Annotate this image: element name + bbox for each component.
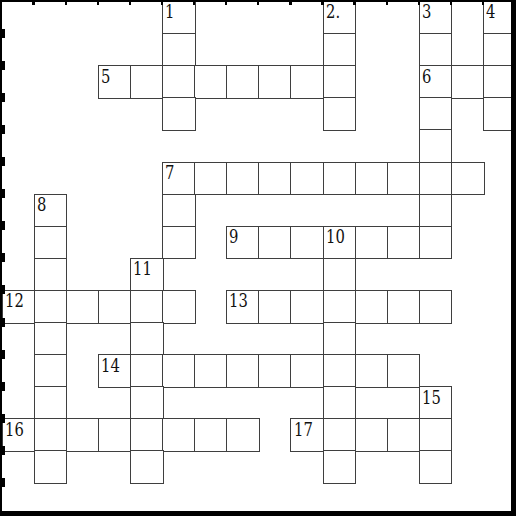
grid-cell[interactable] — [34, 322, 68, 356]
clue-number: 4 — [486, 3, 495, 21]
grid-cell[interactable] — [258, 290, 292, 324]
grid-cell[interactable] — [34, 258, 68, 292]
grid-cell[interactable] — [34, 418, 68, 452]
clue-number: 17 — [294, 421, 313, 439]
grid-cell[interactable] — [323, 33, 357, 67]
crossword-board: 12.34567891011121314151617 — [0, 0, 516, 516]
clue-number: 9 — [229, 228, 238, 246]
clue-number: 7 — [165, 164, 174, 182]
grid-cell[interactable] — [130, 418, 164, 452]
grid-cell[interactable] — [34, 450, 68, 484]
grid-cell[interactable] — [419, 33, 453, 67]
clue-number: 8 — [37, 196, 46, 214]
grid-cell[interactable] — [323, 65, 357, 99]
grid-cell[interactable] — [162, 354, 196, 388]
grid-cell[interactable] — [451, 65, 485, 99]
grid-cell[interactable] — [419, 162, 453, 196]
grid-cell[interactable] — [355, 226, 389, 260]
grid-cell[interactable] — [226, 354, 260, 388]
grid-cell[interactable] — [419, 418, 453, 452]
grid-cell[interactable] — [34, 386, 68, 420]
grid-cell[interactable] — [194, 418, 228, 452]
grid-cell[interactable] — [226, 162, 260, 196]
grid-cell[interactable] — [387, 418, 421, 452]
frame-left — [0, 0, 2, 516]
clue-number: 2. — [326, 3, 340, 21]
grid-cell[interactable] — [130, 386, 164, 420]
grid-cell[interactable] — [226, 418, 260, 452]
grid-cell[interactable] — [419, 226, 453, 260]
grid-cell[interactable] — [419, 194, 453, 228]
grid-cell[interactable] — [323, 97, 357, 131]
grid-cell[interactable] — [419, 129, 453, 163]
grid-cell[interactable] — [387, 162, 421, 196]
grid-cell[interactable] — [290, 226, 324, 260]
grid-cell[interactable] — [323, 450, 357, 484]
grid-cell[interactable] — [387, 226, 421, 260]
grid-cell[interactable] — [258, 354, 292, 388]
grid-cell[interactable] — [34, 354, 68, 388]
grid-cell[interactable] — [162, 290, 196, 324]
grid-cell[interactable] — [258, 65, 292, 99]
grid-cell[interactable] — [162, 65, 196, 99]
grid-cell[interactable] — [323, 162, 357, 196]
grid-cell[interactable] — [387, 354, 421, 388]
grid-cell[interactable] — [419, 290, 453, 324]
grid-cell[interactable] — [323, 290, 357, 324]
clue-number: 12 — [5, 292, 24, 310]
grid-cell[interactable] — [323, 258, 357, 292]
grid-cell[interactable] — [66, 418, 100, 452]
frame-right — [511, 0, 516, 516]
grid-cell[interactable] — [162, 97, 196, 131]
clue-number: 11 — [133, 260, 152, 278]
grid-cell[interactable] — [258, 226, 292, 260]
grid-cell[interactable] — [194, 162, 228, 196]
grid-cell[interactable] — [162, 226, 196, 260]
grid-cell[interactable] — [323, 418, 357, 452]
grid-cell[interactable] — [355, 354, 389, 388]
grid-cell[interactable] — [130, 354, 164, 388]
grid-cell[interactable] — [355, 418, 389, 452]
grid-cell[interactable] — [323, 322, 357, 356]
grid-cell[interactable] — [226, 65, 260, 99]
grid-cell[interactable] — [130, 65, 164, 99]
grid-cell[interactable] — [323, 354, 357, 388]
grid-cell[interactable] — [290, 290, 324, 324]
grid-cell[interactable] — [130, 322, 164, 356]
clue-number: 16 — [5, 421, 24, 439]
grid-cell[interactable] — [451, 162, 485, 196]
clue-number: 3 — [422, 3, 431, 21]
grid-cell[interactable] — [98, 418, 132, 452]
clue-number: 1 — [165, 3, 174, 21]
grid-cell[interactable] — [34, 290, 68, 324]
grid-cell[interactable] — [66, 290, 100, 324]
clue-number: 5 — [101, 68, 110, 86]
grid-cell[interactable] — [162, 33, 196, 67]
grid-cell[interactable] — [419, 450, 453, 484]
grid-cell[interactable] — [355, 162, 389, 196]
grid-cell[interactable] — [419, 97, 453, 131]
grid-cell[interactable] — [290, 65, 324, 99]
frame-bottom — [0, 511, 516, 516]
clue-number: 13 — [229, 292, 248, 310]
grid-cell[interactable] — [355, 290, 389, 324]
grid-cell[interactable] — [194, 354, 228, 388]
grid-cell[interactable] — [130, 450, 164, 484]
clue-number: 10 — [326, 228, 345, 246]
grid-cell[interactable] — [323, 386, 357, 420]
clue-number: 15 — [422, 389, 441, 407]
grid-cell[interactable] — [98, 290, 132, 324]
clue-number: 14 — [101, 357, 120, 375]
grid-cell[interactable] — [130, 290, 164, 324]
frame-top — [0, 0, 516, 2]
grid-cell[interactable] — [194, 65, 228, 99]
grid-cell[interactable] — [258, 162, 292, 196]
grid-cell[interactable] — [290, 162, 324, 196]
grid-cell[interactable] — [387, 290, 421, 324]
grid-cell[interactable] — [162, 418, 196, 452]
grid-cell[interactable] — [162, 194, 196, 228]
grid-cell[interactable] — [290, 354, 324, 388]
grid-cell[interactable] — [34, 226, 68, 260]
clue-number: 6 — [422, 68, 431, 86]
